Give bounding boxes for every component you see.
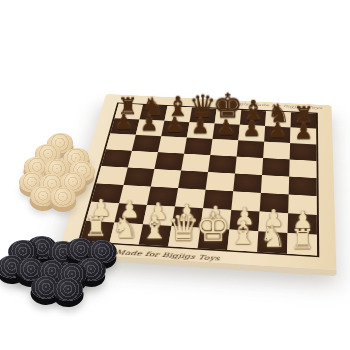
square-c6 — [158, 136, 187, 153]
square-g7: ♟ — [264, 126, 290, 143]
square-c2: ♟ — [143, 205, 175, 226]
square-f1: ♝ — [227, 229, 258, 251]
square-e6 — [210, 139, 238, 157]
square-h7: ♟ — [290, 127, 316, 144]
square-b2: ♟ — [114, 203, 147, 224]
square-e5 — [208, 155, 237, 173]
board-grid: ♜♞♝♛♚♝♞♜♟♟♟♟♟♟♟♟♟♟♟♟♟♟♟♟♜♞♝♛♚♝♞♜ — [78, 102, 320, 257]
piece-black-knight: ♞ — [141, 94, 164, 119]
square-b1: ♞ — [109, 222, 142, 244]
square-d6 — [184, 138, 212, 156]
square-h6 — [290, 143, 317, 161]
square-f4 — [233, 174, 262, 193]
piece-black-king: ♚ — [212, 89, 242, 123]
piece-black-bishop: ♝ — [165, 93, 189, 120]
square-g3 — [260, 193, 289, 213]
square-f5 — [235, 157, 263, 175]
square-b5 — [128, 151, 158, 169]
square-h3 — [288, 194, 317, 214]
piece-black-rook: ♜ — [117, 95, 138, 118]
square-c5 — [154, 152, 184, 170]
square-e2: ♟ — [200, 208, 231, 229]
square-d1: ♛ — [168, 226, 200, 248]
square-c7: ♟ — [161, 121, 189, 138]
square-b6 — [132, 135, 161, 152]
square-g4 — [261, 175, 289, 194]
square-h2: ♟ — [288, 213, 317, 234]
square-a4 — [96, 166, 127, 185]
square-d3 — [175, 188, 206, 208]
square-h4 — [289, 177, 317, 197]
square-f3 — [231, 191, 261, 211]
square-h8: ♜ — [291, 112, 317, 128]
square-h5 — [289, 159, 316, 178]
square-d5 — [181, 154, 210, 172]
square-e4 — [206, 172, 235, 191]
square-c1: ♝ — [139, 224, 172, 246]
square-f2: ♟ — [229, 210, 259, 231]
square-e8: ♚ — [215, 109, 242, 125]
square-g2: ♟ — [258, 212, 288, 233]
square-c4 — [151, 169, 181, 188]
square-d7: ♟ — [187, 122, 215, 139]
square-g5 — [262, 158, 290, 177]
square-e7: ♟ — [213, 123, 240, 140]
square-b7: ♟ — [136, 120, 165, 137]
square-g6 — [263, 142, 290, 160]
square-f7: ♟ — [238, 125, 265, 142]
square-a7: ♟ — [110, 118, 139, 135]
square-g8: ♞ — [265, 111, 291, 127]
square-f8: ♝ — [240, 110, 266, 126]
square-b8: ♞ — [139, 105, 167, 121]
square-a2: ♟ — [86, 202, 119, 223]
square-d2: ♟ — [172, 207, 203, 228]
square-f6 — [237, 140, 265, 158]
piece-black-queen: ♛ — [188, 91, 216, 122]
square-c3 — [147, 187, 178, 207]
square-b3 — [119, 185, 151, 205]
square-c8: ♝ — [164, 106, 192, 122]
square-e1: ♚ — [198, 228, 230, 250]
square-a8: ♜ — [115, 104, 143, 120]
square-d8: ♛ — [189, 107, 216, 123]
square-h1: ♜ — [287, 233, 317, 256]
square-e3 — [203, 190, 233, 210]
square-d4 — [178, 170, 208, 189]
product-photo-scene: ♜♞♝♛♚♝♞♜♟♟♟♟♟♟♟♟♟♟♟♟♟♟♟♟♜♞♝♛♚♝♞♜ Lovingl… — [0, 0, 350, 350]
square-b4 — [124, 167, 155, 186]
square-g1: ♞ — [257, 231, 288, 253]
